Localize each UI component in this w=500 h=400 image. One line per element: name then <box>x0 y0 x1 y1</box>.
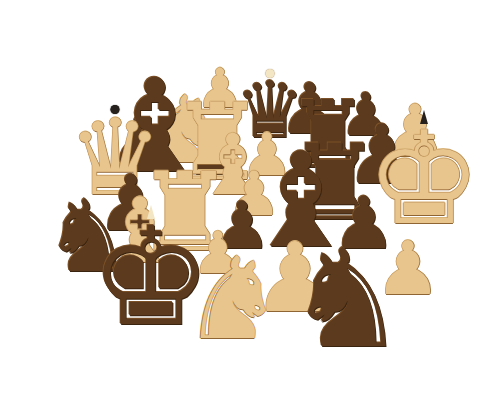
pawn-glyph: ♟ <box>345 114 419 196</box>
dark-queen: ♛ <box>240 72 301 133</box>
finial-spear-icon <box>147 205 155 219</box>
dark-rook: ♜ <box>292 90 365 163</box>
queen-glyph: ♛ <box>235 71 305 149</box>
bishop-glyph: ♝ <box>195 123 270 207</box>
light-queen: ♛ <box>74 108 156 190</box>
knight-glyph: ♞ <box>182 243 283 356</box>
pawn-glyph: ♟ <box>375 231 441 305</box>
dark-pawn: ♟ <box>191 134 229 172</box>
pawn-glyph: ♟ <box>279 74 342 144</box>
dark-knight: ♞ <box>49 189 127 267</box>
dark-bishop: ♝ <box>105 64 206 165</box>
pawn-glyph: ♟ <box>252 230 338 326</box>
queen-glyph: ♛ <box>68 106 162 211</box>
king-glyph: ♚ <box>90 209 212 345</box>
pawn-glyph: ♟ <box>241 125 294 184</box>
dark-bishop: ♝ <box>250 138 352 240</box>
dark-pawn: ♟ <box>283 75 338 130</box>
pawn-glyph: ♟ <box>188 133 232 182</box>
bishop-glyph: ♝ <box>242 135 359 266</box>
rook-glyph: ♜ <box>286 89 369 182</box>
bishop-glyph: ♝ <box>100 186 181 276</box>
pawn-glyph: ♟ <box>192 224 244 282</box>
light-bishop: ♝ <box>200 124 266 190</box>
rook-glyph: ♜ <box>169 90 264 196</box>
light-knight: ♞ <box>145 85 218 158</box>
light-knight: ♞ <box>189 245 277 333</box>
pawn-glyph: ♟ <box>340 85 393 144</box>
light-rook: ♜ <box>143 160 228 245</box>
light-rook: ♜ <box>176 92 259 175</box>
pawn-glyph: ♟ <box>196 62 244 116</box>
pawn-glyph: ♟ <box>96 165 165 242</box>
dark-pawn: ♟ <box>217 194 268 245</box>
chess-set-product-photo: ♝♟♛♟♟♟♛♞♜♟♜♟♝♟♟♚♜♟♟♝♜♟♟♝♞♟♟♟♚♞♞ <box>0 0 500 400</box>
rook-glyph: ♜ <box>136 158 234 267</box>
finial-ball-icon <box>111 105 120 114</box>
light-pawn: ♟ <box>244 126 290 172</box>
light-bishop: ♝ <box>105 188 175 258</box>
dark-rook: ♜ <box>294 133 376 215</box>
finial-ball-icon <box>266 69 275 78</box>
dark-pawn: ♟ <box>350 116 414 180</box>
light-pawn: ♟ <box>379 232 437 290</box>
knight-glyph: ♞ <box>43 187 133 287</box>
light-king: ♚ <box>374 117 474 217</box>
bishop-glyph: ♝ <box>97 62 213 191</box>
knight-glyph: ♞ <box>139 84 222 177</box>
dark-knight: ♞ <box>294 234 400 340</box>
dark-pawn: ♟ <box>101 167 161 227</box>
light-pawn: ♟ <box>199 63 241 105</box>
light-pawn: ♟ <box>258 232 333 307</box>
knight-glyph: ♞ <box>286 231 408 367</box>
light-pawn: ♟ <box>196 225 241 270</box>
dark-pawn: ♟ <box>343 86 389 132</box>
pawn-glyph: ♟ <box>227 163 282 224</box>
dark-pawn: ♟ <box>336 189 392 245</box>
light-pawn: ♟ <box>230 164 278 212</box>
dark-king: ♚ <box>98 212 204 318</box>
rook-glyph: ♜ <box>288 131 382 236</box>
pawn-glyph: ♟ <box>213 193 271 258</box>
dark-pawn: ♟ <box>114 110 164 160</box>
king-glyph: ♚ <box>367 115 482 243</box>
light-pawn: ♟ <box>387 97 443 153</box>
pawn-glyph: ♟ <box>383 95 448 167</box>
finial-spear-icon <box>420 110 428 124</box>
pawn-glyph: ♟ <box>332 187 397 259</box>
pawn-glyph: ♟ <box>110 109 167 173</box>
